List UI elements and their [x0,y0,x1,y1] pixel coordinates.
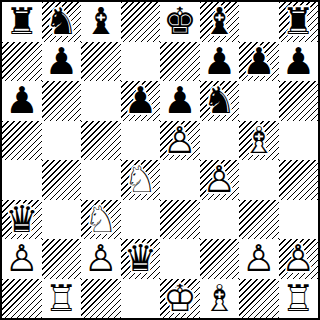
square-f5[interactable] [200,121,240,161]
square-b8[interactable]: ♞♞ [42,2,82,42]
piece-glyph: ♟ [279,42,319,82]
piece-black-rook[interactable]: ♜♜ [279,2,319,42]
piece-glyph: ♝ [200,2,240,42]
square-f6[interactable]: ♞♞ [200,81,240,121]
piece-glyph: ♙ [160,121,200,161]
piece-white-bishop[interactable]: ♝♗ [239,121,279,161]
square-c4[interactable] [81,160,121,200]
square-d6[interactable]: ♟♟ [121,81,161,121]
piece-glyph: ♟ [239,42,279,82]
piece-glyph: ♙ [2,239,42,279]
square-b1[interactable]: ♜♖ [42,279,82,319]
piece-glyph: ♟ [2,81,42,121]
square-b3[interactable] [42,200,82,240]
square-d5[interactable] [121,121,161,161]
piece-glyph: ♗ [200,279,240,319]
square-h4[interactable] [279,160,319,200]
square-f2[interactable] [200,239,240,279]
square-e8[interactable]: ♚♚ [160,2,200,42]
piece-glyph: ♛ [121,239,161,279]
piece-black-rook[interactable]: ♜♜ [2,2,42,42]
square-f1[interactable]: ♝♗ [200,279,240,319]
piece-glyph: ♘ [81,200,121,240]
piece-white-king[interactable]: ♚♔ [160,279,200,319]
square-b2[interactable] [42,239,82,279]
square-d4[interactable]: ♞♘ [121,160,161,200]
square-c2[interactable]: ♟♙ [81,239,121,279]
piece-glyph: ♞ [200,81,240,121]
square-h1[interactable]: ♜♖ [279,279,319,319]
square-b6[interactable] [42,81,82,121]
square-f8[interactable]: ♝♝ [200,2,240,42]
square-f3[interactable] [200,200,240,240]
piece-glyph: ♛ [2,200,42,240]
square-d7[interactable] [121,42,161,82]
piece-glyph: ♖ [42,279,82,319]
chess-board: ♜♜♞♞♝♝♚♚♝♝♜♜♟♟♟♟♟♟♟♟♟♟♟♟♟♟♞♞♟♙♝♗♞♘♟♙♛♛♞♘… [0,0,320,320]
piece-black-pawn[interactable]: ♟♟ [42,42,82,82]
square-g1[interactable] [239,279,279,319]
square-g5[interactable]: ♝♗ [239,121,279,161]
square-e7[interactable] [160,42,200,82]
square-e4[interactable] [160,160,200,200]
piece-white-knight[interactable]: ♞♘ [121,160,161,200]
square-c5[interactable] [81,121,121,161]
piece-glyph: ♜ [2,2,42,42]
square-g3[interactable] [239,200,279,240]
square-a6[interactable]: ♟♟ [2,81,42,121]
piece-black-pawn[interactable]: ♟♟ [160,81,200,121]
piece-black-king[interactable]: ♚♚ [160,2,200,42]
piece-glyph: ♙ [279,239,319,279]
square-f4[interactable]: ♟♙ [200,160,240,200]
piece-black-knight[interactable]: ♞♞ [42,2,82,42]
piece-glyph: ♙ [81,239,121,279]
square-c1[interactable] [81,279,121,319]
piece-glyph: ♝ [81,2,121,42]
piece-glyph: ♙ [200,160,240,200]
square-c3[interactable]: ♞♘ [81,200,121,240]
square-h5[interactable] [279,121,319,161]
square-e1[interactable]: ♚♔ [160,279,200,319]
piece-white-bishop[interactable]: ♝♗ [200,279,240,319]
piece-white-pawn[interactable]: ♟♙ [200,160,240,200]
piece-glyph: ♟ [121,81,161,121]
square-a4[interactable] [2,160,42,200]
piece-white-knight[interactable]: ♞♘ [81,200,121,240]
square-d2[interactable]: ♛♛ [121,239,161,279]
piece-glyph: ♟ [160,81,200,121]
piece-glyph: ♜ [279,2,319,42]
piece-white-pawn[interactable]: ♟♙ [239,239,279,279]
piece-glyph: ♗ [239,121,279,161]
piece-white-rook[interactable]: ♜♖ [279,279,319,319]
piece-glyph: ♞ [42,2,82,42]
piece-black-pawn[interactable]: ♟♟ [200,42,240,82]
square-a5[interactable] [2,121,42,161]
piece-black-bishop[interactable]: ♝♝ [81,2,121,42]
square-a3[interactable]: ♛♛ [2,200,42,240]
square-a8[interactable]: ♜♜ [2,2,42,42]
piece-white-pawn[interactable]: ♟♙ [160,121,200,161]
piece-glyph: ♘ [121,160,161,200]
piece-black-pawn[interactable]: ♟♟ [279,42,319,82]
piece-black-pawn[interactable]: ♟♟ [121,81,161,121]
square-h2[interactable]: ♟♙ [279,239,319,279]
square-g4[interactable] [239,160,279,200]
piece-black-knight[interactable]: ♞♞ [200,81,240,121]
piece-black-pawn[interactable]: ♟♟ [2,81,42,121]
square-c6[interactable] [81,81,121,121]
square-g2[interactable]: ♟♙ [239,239,279,279]
piece-glyph: ♚ [160,2,200,42]
piece-black-bishop[interactable]: ♝♝ [200,2,240,42]
square-f7[interactable]: ♟♟ [200,42,240,82]
square-a2[interactable]: ♟♙ [2,239,42,279]
square-e6[interactable]: ♟♟ [160,81,200,121]
square-d1[interactable] [121,279,161,319]
piece-glyph: ♔ [160,279,200,319]
square-c8[interactable]: ♝♝ [81,2,121,42]
square-a1[interactable] [2,279,42,319]
piece-black-queen[interactable]: ♛♛ [2,200,42,240]
square-g6[interactable] [239,81,279,121]
square-g7[interactable]: ♟♟ [239,42,279,82]
square-h8[interactable]: ♜♜ [279,2,319,42]
square-d3[interactable] [121,200,161,240]
square-e3[interactable] [160,200,200,240]
square-b5[interactable] [42,121,82,161]
piece-white-pawn[interactable]: ♟♙ [2,239,42,279]
piece-white-pawn[interactable]: ♟♙ [81,239,121,279]
square-g8[interactable] [239,2,279,42]
piece-black-pawn[interactable]: ♟♟ [239,42,279,82]
square-d8[interactable] [121,2,161,42]
square-c7[interactable] [81,42,121,82]
piece-glyph: ♖ [279,279,319,319]
piece-white-pawn[interactable]: ♟♙ [279,239,319,279]
square-e2[interactable] [160,239,200,279]
square-b7[interactable]: ♟♟ [42,42,82,82]
piece-black-queen[interactable]: ♛♛ [121,239,161,279]
square-e5[interactable]: ♟♙ [160,121,200,161]
piece-white-rook[interactable]: ♜♖ [42,279,82,319]
piece-glyph: ♟ [42,42,82,82]
square-h7[interactable]: ♟♟ [279,42,319,82]
square-b4[interactable] [42,160,82,200]
piece-glyph: ♙ [239,239,279,279]
piece-glyph: ♟ [200,42,240,82]
square-a7[interactable] [2,42,42,82]
square-h3[interactable] [279,200,319,240]
square-h6[interactable] [279,81,319,121]
